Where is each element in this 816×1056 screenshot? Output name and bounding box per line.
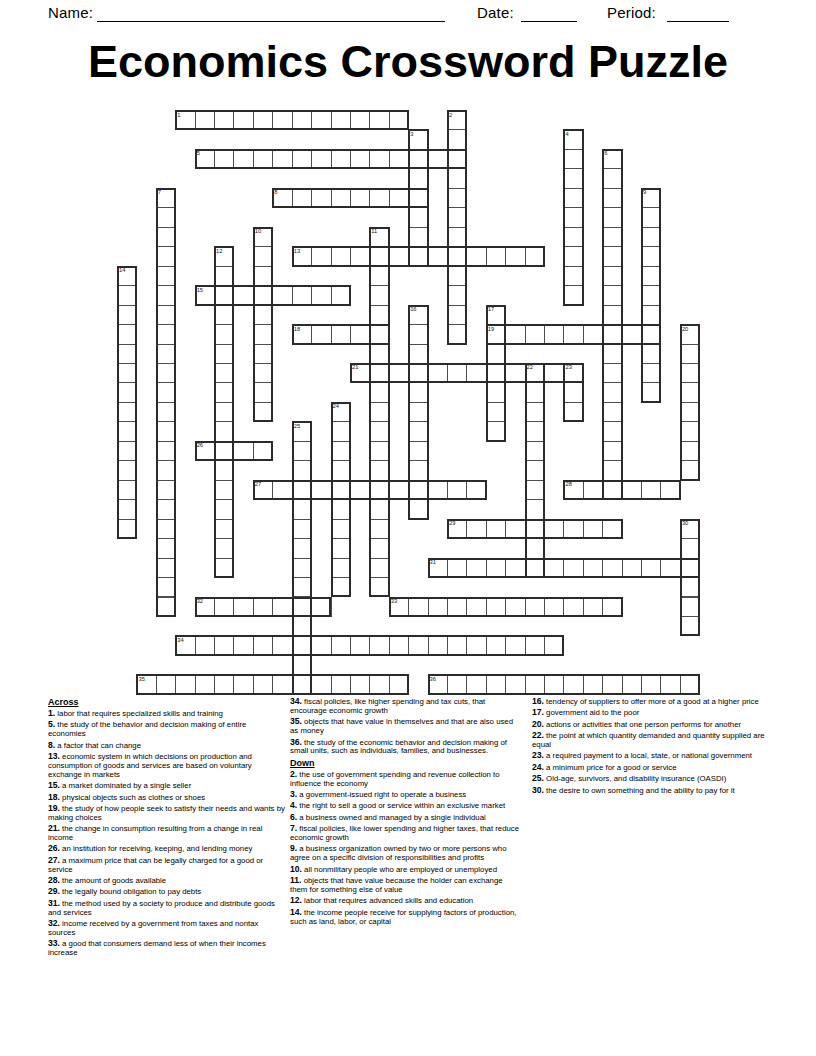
grid-cell[interactable] — [505, 324, 525, 344]
grid-cell[interactable] — [311, 246, 331, 266]
grid-cell[interactable] — [253, 324, 273, 344]
grid-cell[interactable] — [253, 266, 273, 286]
grid-cell[interactable] — [622, 558, 642, 578]
grid-cell[interactable] — [486, 382, 506, 402]
grid-cell[interactable] — [544, 519, 564, 539]
grid-cell[interactable] — [389, 149, 409, 169]
grid-cell[interactable] — [156, 558, 176, 578]
grid-cell[interactable] — [544, 674, 564, 694]
grid-cell[interactable] — [389, 674, 409, 694]
grid-cell[interactable] — [214, 460, 234, 480]
grid-cell[interactable] — [505, 597, 525, 617]
grid-cell[interactable] — [292, 441, 312, 461]
grid-cell[interactable] — [311, 635, 331, 655]
grid-cell[interactable] — [447, 324, 467, 344]
grid-cell[interactable] — [447, 149, 467, 169]
grid-cell[interactable] — [253, 305, 273, 325]
grid-cell[interactable] — [408, 168, 428, 188]
grid-cell[interactable] — [214, 538, 234, 558]
grid-cell[interactable] — [486, 363, 506, 383]
grid-cell[interactable] — [175, 635, 195, 655]
grid-cell[interactable] — [583, 324, 603, 344]
grid-cell[interactable] — [369, 285, 389, 305]
grid-cell[interactable] — [641, 188, 661, 208]
grid-cell[interactable] — [292, 616, 312, 636]
grid-cell[interactable] — [622, 324, 642, 344]
grid-cell[interactable] — [350, 635, 370, 655]
grid-cell[interactable] — [253, 635, 273, 655]
grid-cell[interactable] — [117, 344, 137, 364]
grid-cell[interactable] — [466, 674, 486, 694]
grid-cell[interactable] — [195, 674, 215, 694]
grid-cell[interactable] — [408, 499, 428, 519]
grid-cell[interactable] — [292, 246, 312, 266]
grid-cell[interactable] — [602, 227, 622, 247]
grid-cell[interactable] — [408, 635, 428, 655]
grid-cell[interactable] — [253, 402, 273, 422]
grid-cell[interactable] — [117, 363, 137, 383]
grid-cell[interactable] — [233, 110, 253, 130]
grid-cell[interactable] — [350, 324, 370, 344]
grid-cell[interactable] — [602, 382, 622, 402]
grid-cell[interactable] — [233, 285, 253, 305]
grid-cell[interactable] — [408, 129, 428, 149]
grid-cell[interactable] — [156, 188, 176, 208]
grid-cell[interactable] — [447, 480, 467, 500]
grid-cell[interactable] — [680, 324, 700, 344]
grid-cell[interactable] — [117, 382, 137, 402]
grid-cell[interactable] — [408, 382, 428, 402]
grid-cell[interactable] — [195, 285, 215, 305]
grid-cell[interactable] — [486, 558, 506, 578]
grid-cell[interactable] — [486, 305, 506, 325]
grid-cell[interactable] — [408, 188, 428, 208]
grid-cell[interactable] — [408, 246, 428, 266]
grid-cell[interactable] — [680, 597, 700, 617]
grid-cell[interactable] — [292, 324, 312, 344]
grid-cell[interactable] — [156, 246, 176, 266]
grid-cell[interactable] — [563, 402, 583, 422]
grid-cell[interactable] — [428, 480, 448, 500]
grid-cell[interactable] — [602, 207, 622, 227]
grid-cell[interactable] — [156, 305, 176, 325]
grid-cell[interactable] — [117, 421, 137, 441]
grid-cell[interactable] — [408, 324, 428, 344]
grid-cell[interactable] — [156, 577, 176, 597]
grid-cell[interactable] — [369, 188, 389, 208]
grid-cell[interactable] — [292, 655, 312, 675]
grid-cell[interactable] — [486, 324, 506, 344]
grid-cell[interactable] — [428, 597, 448, 617]
grid-cell[interactable] — [583, 558, 603, 578]
grid-cell[interactable] — [447, 674, 467, 694]
grid-cell[interactable] — [408, 402, 428, 422]
grid-cell[interactable] — [544, 635, 564, 655]
grid-cell[interactable] — [602, 460, 622, 480]
grid-cell[interactable] — [292, 149, 312, 169]
grid-cell[interactable] — [544, 324, 564, 344]
grid-cell[interactable] — [156, 480, 176, 500]
grid-cell[interactable] — [214, 480, 234, 500]
grid-cell[interactable] — [156, 363, 176, 383]
grid-cell[interactable] — [292, 285, 312, 305]
grid-cell[interactable] — [369, 499, 389, 519]
grid-cell[interactable] — [292, 597, 312, 617]
grid-cell[interactable] — [156, 519, 176, 539]
grid-cell[interactable] — [602, 558, 622, 578]
grid-cell[interactable] — [369, 674, 389, 694]
grid-cell[interactable] — [641, 285, 661, 305]
grid-cell[interactable] — [369, 227, 389, 247]
grid-cell[interactable] — [311, 324, 331, 344]
grid-cell[interactable] — [466, 635, 486, 655]
grid-cell[interactable] — [214, 305, 234, 325]
grid-cell[interactable] — [195, 441, 215, 461]
grid-cell[interactable] — [369, 149, 389, 169]
grid-cell[interactable] — [292, 421, 312, 441]
grid-cell[interactable] — [156, 674, 176, 694]
grid-cell[interactable] — [525, 519, 545, 539]
grid-cell[interactable] — [331, 635, 351, 655]
grid-cell[interactable] — [156, 227, 176, 247]
grid-cell[interactable] — [680, 344, 700, 364]
grid-cell[interactable] — [369, 266, 389, 286]
grid-cell[interactable] — [369, 324, 389, 344]
grid-cell[interactable] — [331, 149, 351, 169]
grid-cell[interactable] — [563, 207, 583, 227]
grid-cell[interactable] — [311, 110, 331, 130]
grid-cell[interactable] — [680, 421, 700, 441]
grid-cell[interactable] — [117, 266, 137, 286]
grid-cell[interactable] — [214, 635, 234, 655]
grid-cell[interactable] — [195, 110, 215, 130]
grid-cell[interactable] — [253, 227, 273, 247]
grid-cell[interactable] — [253, 246, 273, 266]
grid-cell[interactable] — [486, 674, 506, 694]
grid-cell[interactable] — [602, 266, 622, 286]
grid-cell[interactable] — [680, 519, 700, 539]
grid-cell[interactable] — [602, 480, 622, 500]
grid-cell[interactable] — [428, 558, 448, 578]
grid-cell[interactable] — [195, 149, 215, 169]
grid-cell[interactable] — [408, 227, 428, 247]
grid-cell[interactable] — [602, 597, 622, 617]
grid-cell[interactable] — [389, 363, 409, 383]
grid-cell[interactable] — [563, 519, 583, 539]
grid-cell[interactable] — [602, 519, 622, 539]
grid-cell[interactable] — [292, 188, 312, 208]
grid-cell[interactable] — [486, 344, 506, 364]
grid-cell[interactable] — [369, 344, 389, 364]
grid-cell[interactable] — [389, 597, 409, 617]
grid-cell[interactable] — [408, 421, 428, 441]
grid-cell[interactable] — [156, 382, 176, 402]
grid-cell[interactable] — [214, 402, 234, 422]
grid-cell[interactable] — [369, 635, 389, 655]
grid-cell[interactable] — [505, 519, 525, 539]
grid-cell[interactable] — [253, 480, 273, 500]
grid-cell[interactable] — [272, 480, 292, 500]
grid-cell[interactable] — [350, 363, 370, 383]
grid-cell[interactable] — [117, 480, 137, 500]
grid-cell[interactable] — [641, 382, 661, 402]
grid-cell[interactable] — [369, 558, 389, 578]
grid-cell[interactable] — [525, 635, 545, 655]
grid-cell[interactable] — [525, 558, 545, 578]
grid-cell[interactable] — [117, 402, 137, 422]
grid-cell[interactable] — [369, 480, 389, 500]
grid-cell[interactable] — [369, 246, 389, 266]
grid-cell[interactable] — [350, 480, 370, 500]
grid-cell[interactable] — [525, 499, 545, 519]
grid-cell[interactable] — [486, 246, 506, 266]
grid-cell[interactable] — [331, 246, 351, 266]
grid-cell[interactable] — [331, 519, 351, 539]
grid-cell[interactable] — [331, 558, 351, 578]
grid-cell[interactable] — [428, 674, 448, 694]
grid-cell[interactable] — [525, 363, 545, 383]
grid-cell[interactable] — [156, 285, 176, 305]
grid-cell[interactable] — [311, 149, 331, 169]
grid-cell[interactable] — [156, 538, 176, 558]
grid-cell[interactable] — [505, 635, 525, 655]
grid-cell[interactable] — [602, 421, 622, 441]
grid-cell[interactable] — [602, 344, 622, 364]
grid-cell[interactable] — [466, 246, 486, 266]
grid-cell[interactable] — [292, 577, 312, 597]
grid-cell[interactable] — [602, 324, 622, 344]
grid-cell[interactable] — [331, 577, 351, 597]
grid-cell[interactable] — [214, 285, 234, 305]
grid-cell[interactable] — [369, 441, 389, 461]
grid-cell[interactable] — [389, 635, 409, 655]
grid-cell[interactable] — [525, 480, 545, 500]
grid-cell[interactable] — [660, 674, 680, 694]
grid-cell[interactable] — [156, 266, 176, 286]
grid-cell[interactable] — [408, 597, 428, 617]
grid-cell[interactable] — [641, 674, 661, 694]
grid-cell[interactable] — [447, 246, 467, 266]
grid-cell[interactable] — [350, 674, 370, 694]
grid-cell[interactable] — [117, 441, 137, 461]
grid-cell[interactable] — [641, 266, 661, 286]
grid-cell[interactable] — [602, 402, 622, 422]
grid-cell[interactable] — [331, 402, 351, 422]
grid-cell[interactable] — [447, 635, 467, 655]
grid-cell[interactable] — [369, 110, 389, 130]
grid-cell[interactable] — [544, 363, 564, 383]
grid-cell[interactable] — [233, 441, 253, 461]
grid-cell[interactable] — [311, 480, 331, 500]
grid-cell[interactable] — [408, 149, 428, 169]
grid-cell[interactable] — [389, 110, 409, 130]
grid-cell[interactable] — [292, 460, 312, 480]
grid-cell[interactable] — [311, 597, 331, 617]
grid-cell[interactable] — [505, 246, 525, 266]
grid-cell[interactable] — [544, 597, 564, 617]
grid-cell[interactable] — [389, 188, 409, 208]
grid-cell[interactable] — [233, 597, 253, 617]
grid-cell[interactable] — [563, 674, 583, 694]
grid-cell[interactable] — [680, 538, 700, 558]
grid-cell[interactable] — [447, 597, 467, 617]
grid-cell[interactable] — [233, 149, 253, 169]
grid-cell[interactable] — [583, 480, 603, 500]
grid-cell[interactable] — [369, 460, 389, 480]
grid-cell[interactable] — [117, 519, 137, 539]
grid-cell[interactable] — [272, 285, 292, 305]
grid-cell[interactable] — [350, 110, 370, 130]
grid-cell[interactable] — [408, 344, 428, 364]
name-blank-line[interactable] — [97, 4, 445, 22]
grid-cell[interactable] — [214, 597, 234, 617]
grid-cell[interactable] — [641, 480, 661, 500]
grid-cell[interactable] — [272, 188, 292, 208]
date-blank-line[interactable] — [521, 4, 577, 22]
grid-cell[interactable] — [428, 246, 448, 266]
grid-cell[interactable] — [331, 538, 351, 558]
grid-cell[interactable] — [311, 674, 331, 694]
grid-cell[interactable] — [214, 324, 234, 344]
grid-cell[interactable] — [331, 421, 351, 441]
grid-cell[interactable] — [680, 460, 700, 480]
grid-cell[interactable] — [292, 674, 312, 694]
grid-cell[interactable] — [175, 110, 195, 130]
grid-cell[interactable] — [156, 402, 176, 422]
grid-cell[interactable] — [641, 344, 661, 364]
grid-cell[interactable] — [272, 110, 292, 130]
grid-cell[interactable] — [350, 149, 370, 169]
grid-cell[interactable] — [602, 674, 622, 694]
grid-cell[interactable] — [428, 149, 448, 169]
grid-cell[interactable] — [253, 149, 273, 169]
grid-cell[interactable] — [369, 402, 389, 422]
grid-cell[interactable] — [408, 305, 428, 325]
grid-cell[interactable] — [117, 460, 137, 480]
grid-cell[interactable] — [156, 499, 176, 519]
grid-cell[interactable] — [156, 597, 176, 617]
grid-cell[interactable] — [117, 285, 137, 305]
grid-cell[interactable] — [486, 597, 506, 617]
grid-cell[interactable] — [233, 635, 253, 655]
grid-cell[interactable] — [156, 460, 176, 480]
grid-cell[interactable] — [214, 499, 234, 519]
grid-cell[interactable] — [505, 674, 525, 694]
grid-cell[interactable] — [563, 558, 583, 578]
grid-cell[interactable] — [447, 519, 467, 539]
grid-cell[interactable] — [389, 246, 409, 266]
grid-cell[interactable] — [272, 635, 292, 655]
grid-cell[interactable] — [311, 188, 331, 208]
grid-cell[interactable] — [331, 285, 351, 305]
grid-cell[interactable] — [622, 674, 642, 694]
grid-cell[interactable] — [292, 635, 312, 655]
grid-cell[interactable] — [292, 558, 312, 578]
grid-cell[interactable] — [136, 674, 156, 694]
grid-cell[interactable] — [641, 305, 661, 325]
grid-cell[interactable] — [214, 558, 234, 578]
grid-cell[interactable] — [466, 519, 486, 539]
grid-cell[interactable] — [408, 363, 428, 383]
grid-cell[interactable] — [253, 597, 273, 617]
grid-cell[interactable] — [602, 246, 622, 266]
grid-cell[interactable] — [466, 597, 486, 617]
grid-cell[interactable] — [292, 480, 312, 500]
grid-cell[interactable] — [505, 558, 525, 578]
grid-cell[interactable] — [331, 441, 351, 461]
grid-cell[interactable] — [117, 324, 137, 344]
grid-cell[interactable] — [447, 285, 467, 305]
grid-cell[interactable] — [641, 246, 661, 266]
grid-cell[interactable] — [369, 577, 389, 597]
grid-cell[interactable] — [447, 188, 467, 208]
grid-cell[interactable] — [680, 382, 700, 402]
grid-cell[interactable] — [156, 324, 176, 344]
grid-cell[interactable] — [369, 421, 389, 441]
grid-cell[interactable] — [117, 499, 137, 519]
grid-cell[interactable] — [563, 324, 583, 344]
grid-cell[interactable] — [486, 421, 506, 441]
grid-cell[interactable] — [660, 480, 680, 500]
grid-cell[interactable] — [253, 382, 273, 402]
grid-cell[interactable] — [214, 421, 234, 441]
grid-cell[interactable] — [563, 227, 583, 247]
grid-cell[interactable] — [331, 499, 351, 519]
grid-cell[interactable] — [525, 597, 545, 617]
grid-cell[interactable] — [466, 480, 486, 500]
grid-cell[interactable] — [563, 266, 583, 286]
grid-cell[interactable] — [525, 441, 545, 461]
grid-cell[interactable] — [428, 635, 448, 655]
grid-cell[interactable] — [447, 363, 467, 383]
grid-cell[interactable] — [447, 227, 467, 247]
grid-cell[interactable] — [408, 460, 428, 480]
grid-cell[interactable] — [563, 285, 583, 305]
grid-cell[interactable] — [350, 188, 370, 208]
grid-cell[interactable] — [563, 363, 583, 383]
grid-cell[interactable] — [602, 363, 622, 383]
grid-cell[interactable] — [602, 441, 622, 461]
grid-cell[interactable] — [447, 305, 467, 325]
grid-cell[interactable] — [525, 324, 545, 344]
grid-cell[interactable] — [311, 285, 331, 305]
grid-cell[interactable] — [331, 480, 351, 500]
grid-cell[interactable] — [525, 382, 545, 402]
grid-cell[interactable] — [680, 402, 700, 422]
grid-cell[interactable] — [680, 616, 700, 636]
grid-cell[interactable] — [389, 480, 409, 500]
grid-cell[interactable] — [253, 110, 273, 130]
grid-cell[interactable] — [680, 441, 700, 461]
grid-cell[interactable] — [505, 363, 525, 383]
grid-cell[interactable] — [447, 558, 467, 578]
grid-cell[interactable] — [544, 558, 564, 578]
grid-cell[interactable] — [602, 168, 622, 188]
grid-cell[interactable] — [214, 344, 234, 364]
grid-cell[interactable] — [214, 519, 234, 539]
grid-cell[interactable] — [680, 674, 700, 694]
grid-cell[interactable] — [331, 460, 351, 480]
grid-cell[interactable] — [253, 441, 273, 461]
grid-cell[interactable] — [408, 207, 428, 227]
grid-cell[interactable] — [369, 519, 389, 539]
grid-cell[interactable] — [331, 110, 351, 130]
grid-cell[interactable] — [525, 421, 545, 441]
grid-cell[interactable] — [214, 246, 234, 266]
grid-cell[interactable] — [272, 149, 292, 169]
grid-cell[interactable] — [428, 363, 448, 383]
grid-cell[interactable] — [447, 207, 467, 227]
